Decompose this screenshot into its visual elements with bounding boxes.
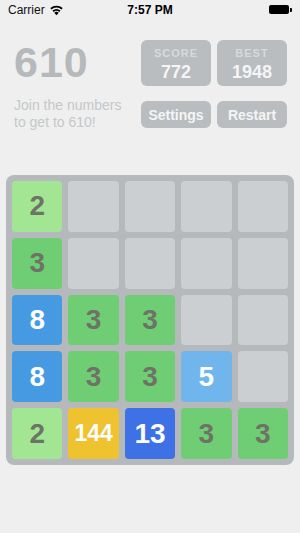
tile-8: 8 — [12, 351, 62, 402]
best-box: BEST 1948 — [217, 40, 287, 86]
tile-3: 3 — [238, 408, 288, 459]
status-bar: Carrier 7:57 PM — [0, 0, 300, 20]
battery-body — [269, 5, 289, 14]
tile-5: 5 — [181, 351, 231, 402]
battery-icon — [269, 5, 292, 14]
empty-cell-r2c2 — [68, 238, 118, 289]
empty-cell-r1c2 — [68, 181, 118, 232]
tile-3: 3 — [125, 351, 175, 402]
tile-3: 3 — [68, 295, 118, 346]
tile-3: 3 — [68, 351, 118, 402]
subtitle-line-2: to get to 610! — [14, 114, 96, 130]
tile-8: 8 — [12, 295, 62, 346]
settings-button[interactable]: Settings — [141, 101, 211, 128]
empty-cell-r1c3 — [125, 181, 175, 232]
empty-cell-r1c5 — [238, 181, 288, 232]
score-label: SCORE — [141, 47, 211, 59]
battery-tip — [290, 8, 292, 12]
tile-2: 2 — [12, 181, 62, 232]
score-box: SCORE 772 — [141, 40, 211, 86]
empty-cell-r3c4 — [181, 295, 231, 346]
best-value: 1948 — [217, 62, 287, 83]
empty-cell-r3c5 — [238, 295, 288, 346]
game-board[interactable]: 23833833521441333 — [6, 175, 294, 465]
best-label: BEST — [217, 47, 287, 59]
tile-144: 144 — [68, 408, 118, 459]
empty-cell-r2c3 — [125, 238, 175, 289]
subtitle-line-1: Join the numbers — [14, 97, 121, 113]
tile-3: 3 — [181, 408, 231, 459]
score-value: 772 — [141, 62, 211, 83]
tile-3: 3 — [12, 238, 62, 289]
game-subtitle: Join the numbers to get to 610! — [14, 97, 149, 131]
game-title: 610 — [14, 38, 89, 87]
tile-13: 13 — [125, 408, 175, 459]
clock-label: 7:57 PM — [0, 3, 300, 17]
app-screen: Carrier 7:57 PM 610 Join the numbers to … — [0, 0, 300, 533]
empty-cell-r1c4 — [181, 181, 231, 232]
empty-cell-r2c4 — [181, 238, 231, 289]
restart-button[interactable]: Restart — [217, 101, 287, 128]
tile-2: 2 — [12, 408, 62, 459]
empty-cell-r2c5 — [238, 238, 288, 289]
empty-cell-r4c5 — [238, 351, 288, 402]
tile-3: 3 — [125, 295, 175, 346]
